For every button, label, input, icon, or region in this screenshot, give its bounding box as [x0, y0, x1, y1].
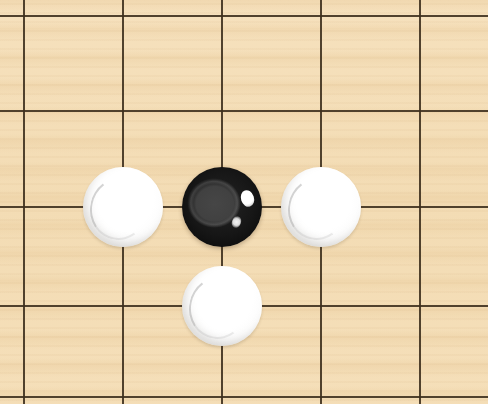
stone-glyph: ○ — [83, 167, 163, 247]
white-stone[interactable]: ○ — [281, 167, 361, 247]
go-board[interactable]: ○●○○ — [0, 0, 488, 404]
stone-glyph: ○ — [281, 167, 361, 247]
stone-glyph: ● — [182, 167, 262, 247]
white-stone[interactable]: ○ — [83, 167, 163, 247]
stones-layer: ○●○○ — [0, 0, 470, 404]
black-stone[interactable]: ● — [182, 167, 262, 247]
white-stone[interactable]: ○ — [182, 266, 262, 346]
stone-glyph: ○ — [182, 266, 262, 346]
